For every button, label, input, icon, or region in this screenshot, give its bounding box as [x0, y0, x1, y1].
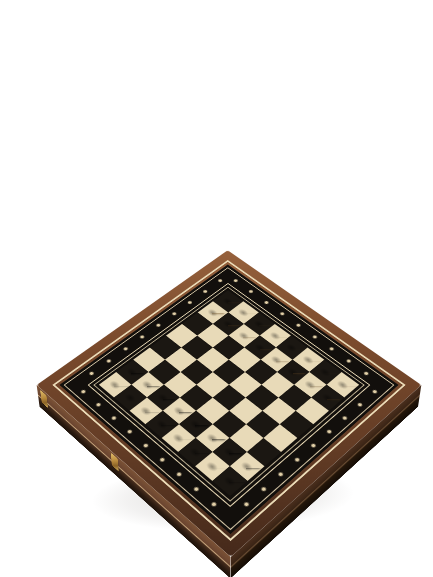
product-photo: ♜♞♝♛♚♝♞♜♟♟♟♟♟♟♟♟♟♟♟♟♟♟♟♟♜♞♝♛♚♝♞♜ [0, 0, 433, 577]
scene-3d: ♜♞♝♛♚♝♞♜♟♟♟♟♟♟♟♟♟♟♟♟♟♟♟♟♜♞♝♛♚♝♞♜ [0, 0, 433, 577]
folding-chess-box: ♜♞♝♛♚♝♞♜♟♟♟♟♟♟♟♟♟♟♟♟♟♟♟♟♜♞♝♛♚♝♞♜ [37, 250, 422, 557]
board-top: ♜♞♝♛♚♝♞♜♟♟♟♟♟♟♟♟♟♟♟♟♟♟♟♟♜♞♝♛♚♝♞♜ [37, 250, 422, 557]
